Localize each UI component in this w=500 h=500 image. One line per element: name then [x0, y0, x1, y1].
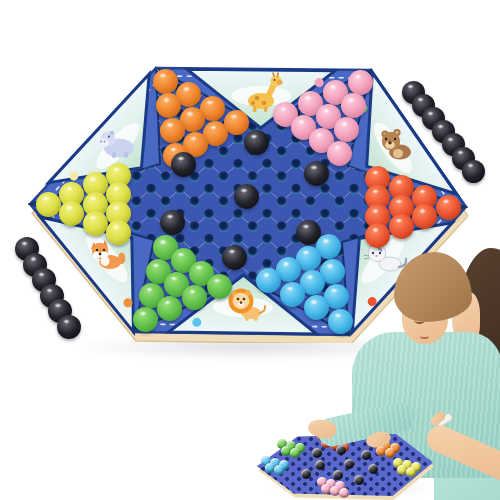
held-marble	[435, 412, 454, 428]
mini-board-shadow	[262, 480, 440, 496]
mini-marble-black	[312, 448, 322, 458]
mini-marble-pink	[339, 488, 349, 498]
marble-highlight	[30, 256, 37, 261]
mini-board-wood-edge	[258, 438, 434, 500]
mini-marble-black	[361, 450, 371, 460]
marble-highlight	[417, 97, 424, 102]
mini-marble-pink	[321, 484, 331, 494]
marble-highlight	[427, 111, 434, 116]
marble-highlight	[407, 84, 414, 89]
mini-marble-orange	[372, 439, 382, 449]
mini-marble-yellow	[393, 458, 403, 468]
mini-marble-red	[335, 435, 345, 445]
mini-marble-pink	[317, 477, 327, 487]
boy-left-hand	[307, 418, 337, 440]
mini-marble-green	[277, 439, 287, 449]
product-photo: { "game": "chinese-checkers", "page_back…	[0, 0, 500, 500]
marble-highlight	[437, 124, 444, 129]
marble-highlight	[46, 288, 53, 293]
marble-highlight	[467, 163, 474, 168]
mini-marble-yellow	[397, 465, 407, 475]
mini-marble-green	[281, 446, 291, 456]
mini-marble-black	[333, 470, 343, 480]
mini-marble-green	[290, 448, 300, 458]
mini-marble-red	[326, 433, 336, 443]
mini-marble-blue	[270, 458, 280, 468]
boy-left-arm	[315, 400, 417, 449]
mini-marble-orange	[390, 443, 400, 453]
mini-marble-black	[301, 469, 311, 479]
marble-highlight	[447, 137, 454, 142]
marble-highlight	[38, 272, 45, 277]
mini-marble-blue	[265, 463, 275, 473]
mini-marble-yellow	[411, 462, 421, 472]
mini-marble-orange	[376, 446, 386, 456]
mini-marble-blue	[261, 456, 271, 466]
boy-right-hand	[365, 429, 393, 450]
woman-shoulder	[434, 386, 500, 500]
mini-marble-orange	[381, 441, 391, 451]
mini-marble-black	[315, 460, 325, 470]
mini-marble-black	[354, 475, 364, 485]
mini-marble-red	[339, 442, 349, 452]
board-base-svg	[28, 58, 468, 343]
marble-highlight	[54, 303, 61, 308]
mini-marble-green	[286, 441, 296, 451]
mini-marble-black	[344, 459, 354, 469]
mini-marble-red	[321, 438, 331, 448]
mini-marble-pink	[326, 479, 336, 489]
marble-highlight	[457, 150, 464, 155]
woman-forearm	[423, 421, 500, 487]
mini-board-marbles	[257, 434, 433, 496]
chain-marble-black[interactable]	[57, 315, 81, 339]
mini-marble-red	[330, 440, 340, 450]
mini-marble-red	[317, 431, 327, 441]
marble-highlight	[63, 319, 70, 324]
mini-marble-blue	[274, 465, 284, 475]
mini-marble-pink	[335, 481, 345, 491]
mini-marble-black	[368, 464, 378, 474]
mini-marble-yellow	[402, 460, 412, 470]
mini-marble-green	[295, 443, 305, 453]
mini-marble-yellow	[406, 467, 416, 477]
mini-marble-orange	[385, 448, 395, 458]
accent-ball	[315, 78, 324, 87]
mini-marble-black	[336, 445, 346, 455]
chain-marble-black[interactable]	[462, 160, 485, 183]
woman-thumb	[429, 410, 447, 427]
mini-board	[257, 434, 433, 496]
chinese-checkers-board	[28, 58, 468, 343]
mini-marble-pink	[330, 486, 340, 496]
mini-marble-blue	[279, 460, 289, 470]
marble-highlight	[21, 241, 28, 246]
